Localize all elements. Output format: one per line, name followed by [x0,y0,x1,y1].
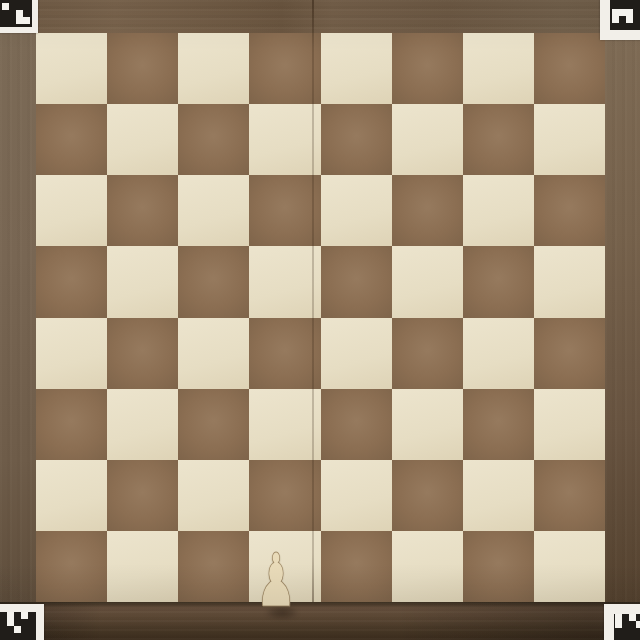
aruco-marker-bottom-left-icon [0,604,44,640]
pieces-layer: ♟ [36,33,605,602]
white-pawn-d1: ♟ [255,543,296,617]
chessboard-photo: ♟ [0,0,640,640]
wood-frame-left [0,33,36,602]
wood-frame-right [605,33,640,602]
aruco-marker-top-right-icon [600,0,640,40]
aruco-marker-bottom-right-icon [604,604,640,640]
aruco-marker-top-left-icon [0,0,38,33]
wood-frame-top [0,0,640,33]
wood-frame-bottom [0,602,640,640]
